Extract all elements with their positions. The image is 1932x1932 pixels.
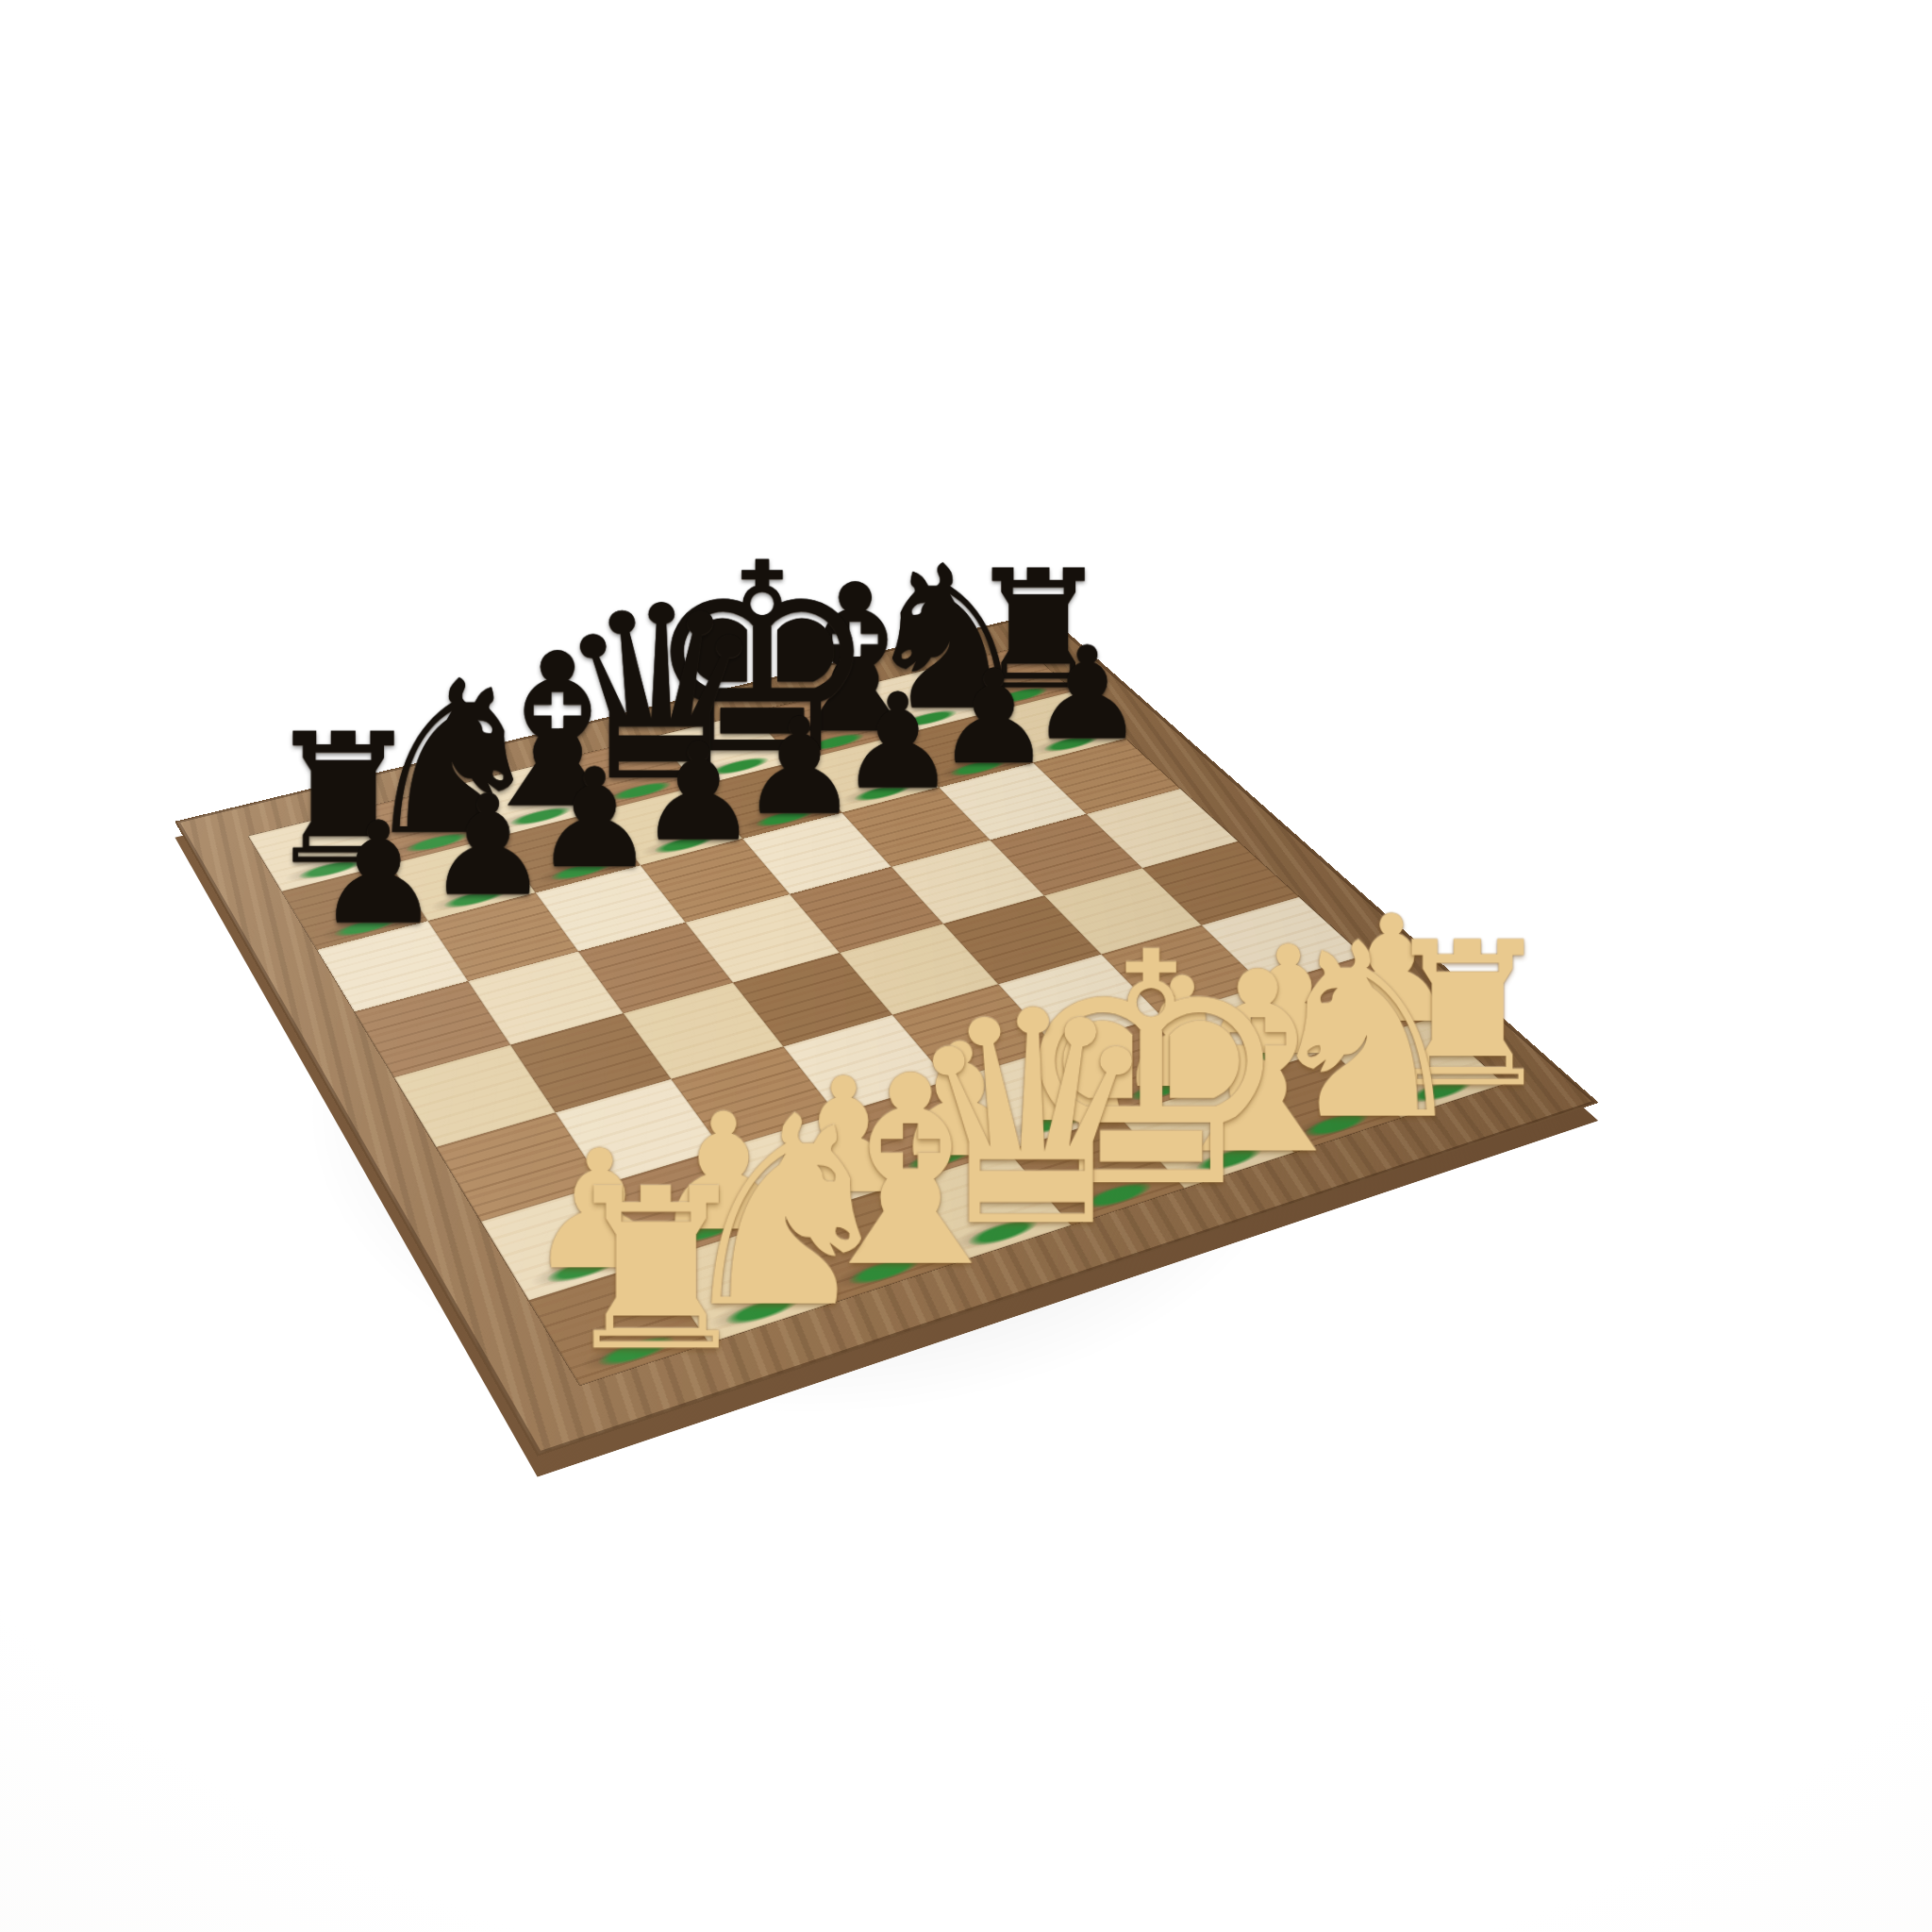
board-scene: ♜♞♝♛♚♝♞♜♟♟♟♟♟♟♟♟♟♟♟♟♟♟♟♟♜♞♝♛♚♝♞♜ — [311, 425, 1368, 1481]
square-a1: ♜ — [529, 1261, 709, 1385]
black-pawn: ♟ — [425, 776, 550, 915]
chess-board: ♜♞♝♛♚♝♞♜♟♟♟♟♟♟♟♟♟♟♟♟♟♟♟♟♜♞♝♛♚♝♞♜ — [177, 613, 1596, 1455]
black-pawn: ♟ — [315, 803, 441, 943]
white-rook: ♜ — [557, 1159, 756, 1382]
black-pawn: ♟ — [533, 750, 656, 887]
photo-background: ♜♞♝♛♚♝♞♜♟♟♟♟♟♟♟♟♟♟♟♟♟♟♟♟♜♞♝♛♚♝♞♜ — [0, 0, 1932, 1932]
